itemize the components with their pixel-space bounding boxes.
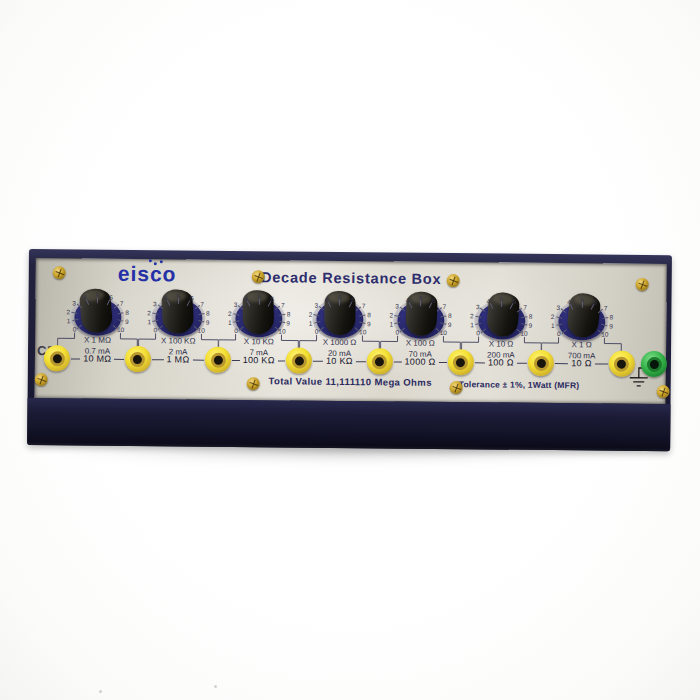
decade-knob-section: 012345678910 X 1 MΩ 0.7 mA xyxy=(57,286,138,351)
logo-dots-icon xyxy=(154,262,157,265)
knob-multiplier-label: X 1000 Ω xyxy=(299,338,380,349)
terminal-jack-yellow[interactable] xyxy=(205,347,231,373)
knob-multiplier-label: X 1 MΩ xyxy=(57,335,138,346)
dial-number: 4 xyxy=(402,297,414,304)
device-shadow xyxy=(45,443,657,459)
terminal-range-text: 10 KΩ xyxy=(326,356,353,366)
brand-logo: eisco xyxy=(118,262,177,287)
dial-tick xyxy=(259,299,260,305)
terminal-range-label: 10 KΩ xyxy=(313,355,366,368)
jack-hole xyxy=(646,356,661,371)
terminal-jack-yellow[interactable] xyxy=(125,346,151,372)
terminal-jack-yellow[interactable] xyxy=(528,350,554,376)
knob-multiplier-label: X 1 Ω xyxy=(541,340,622,351)
terminal-range-text: 1000 Ω xyxy=(405,357,436,367)
jack-hole xyxy=(534,355,549,370)
decade-knob-section: 012345678910 X 1 Ω 700 mA xyxy=(541,291,622,356)
decade-knob-section: 012345678910 X 10 KΩ 7 mA xyxy=(218,288,299,353)
knob-multiplier-label: X 100 Ω xyxy=(380,338,461,349)
screw-head-icon xyxy=(447,274,460,287)
brand-text: eisco xyxy=(118,262,177,286)
decade-knob-section: 012345678910 X 100 Ω 70 mA xyxy=(380,289,461,354)
terminal-range-text: 1 MΩ xyxy=(166,354,189,364)
dial-number: 4 xyxy=(79,294,91,301)
terminal-range-text: 10 Ω xyxy=(571,358,592,368)
terminal-range-label: 1 MΩ xyxy=(152,353,205,366)
terminal-jack-green-ground[interactable] xyxy=(641,351,667,377)
decade-knob-section: 012345678910 X 1000 Ω 20 mA xyxy=(299,289,380,354)
terminal-jack-yellow[interactable] xyxy=(286,347,312,373)
dial-number: 1 xyxy=(466,321,478,328)
knob-multiplier-label: X 10 Ω xyxy=(461,339,542,350)
dial-tick xyxy=(178,298,179,304)
terminal-jack-yellow[interactable] xyxy=(367,348,393,374)
instrument-case: eisco Decade Resistance Box CE Total Val… xyxy=(27,249,672,451)
terminal-range-text: 100 Ω xyxy=(488,357,514,367)
dial-number: 1 xyxy=(385,321,397,328)
screw-head-icon xyxy=(636,278,649,291)
screw-head-icon xyxy=(252,270,265,283)
dial-number: 1 xyxy=(143,318,155,325)
terminal-jack-yellow[interactable] xyxy=(447,349,473,375)
terminal-range-label: 100 KΩ xyxy=(232,354,285,367)
dial-number: 4 xyxy=(159,294,171,301)
screw-head-icon xyxy=(657,385,670,398)
terminal-jack-yellow[interactable] xyxy=(44,345,70,371)
terminal-range-label: 1000 Ω xyxy=(394,356,447,369)
screw-head-icon xyxy=(247,377,260,390)
jack-hole xyxy=(453,355,468,370)
terminal-jack-yellow[interactable] xyxy=(609,351,635,377)
jack-hole xyxy=(614,356,629,371)
jack-hole xyxy=(49,351,64,366)
decade-resistance-box: eisco Decade Resistance Box CE Total Val… xyxy=(27,249,672,451)
screw-head-icon xyxy=(53,266,66,279)
knob-multiplier-label: X 100 KΩ xyxy=(138,336,219,347)
dust-speck xyxy=(99,690,102,693)
screw-head-icon xyxy=(35,373,48,386)
device-title: Decade Resistance Box xyxy=(261,269,442,287)
dial-tick xyxy=(582,302,583,308)
jack-hole xyxy=(211,352,226,367)
front-panel: eisco Decade Resistance Box CE Total Val… xyxy=(35,258,667,404)
terminal-range-text: 10 MΩ xyxy=(83,354,111,364)
terminal-range-label: 100 Ω xyxy=(474,356,527,369)
screw-head-icon xyxy=(450,381,463,394)
knob-multiplier-label: X 10 KΩ xyxy=(218,337,299,348)
terminal-range-label: 10 Ω xyxy=(555,357,608,370)
dial-number: 4 xyxy=(482,297,494,304)
jack-hole xyxy=(130,351,145,366)
terminal-range-text: 100 KΩ xyxy=(243,355,275,365)
decade-knob-section: 012345678910 X 100 KΩ 2 mA xyxy=(138,287,219,352)
terminal-range-label: 10 MΩ xyxy=(71,352,124,365)
dust-speck xyxy=(214,685,217,688)
tolerance-text: Tolerance ± 1%, 1Watt (MFR) xyxy=(459,379,580,390)
jack-hole xyxy=(291,353,306,368)
dial-tick xyxy=(501,301,502,307)
jack-hole xyxy=(372,354,387,369)
decade-knob-section: 012345678910 X 10 Ω 200 mA xyxy=(461,290,542,355)
